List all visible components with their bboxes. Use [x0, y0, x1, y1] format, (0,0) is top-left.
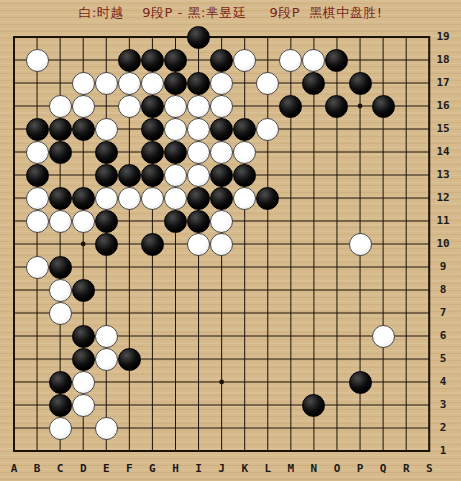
row-label-18: 18 — [432, 53, 454, 67]
stone-G10-black — [141, 233, 164, 256]
stone-H17-black — [164, 72, 187, 95]
col-label-G: G — [143, 462, 161, 476]
stone-L12-black — [256, 187, 279, 210]
stone-K12-white — [233, 187, 256, 210]
row-label-10: 10 — [432, 237, 454, 251]
stone-M18-white — [279, 49, 302, 72]
row-label-14: 14 — [432, 145, 454, 159]
col-label-O: O — [328, 462, 346, 476]
stone-H15-white — [164, 118, 187, 141]
row-label-17: 17 — [432, 76, 454, 90]
stone-E13-black — [95, 164, 118, 187]
stone-J15-black — [210, 118, 233, 141]
stone-J12-black — [210, 187, 233, 210]
stone-I10-white — [187, 233, 210, 256]
stone-E11-black — [95, 210, 118, 233]
stone-C2-white — [49, 417, 72, 440]
row-label-11: 11 — [432, 214, 454, 228]
col-label-B: B — [28, 462, 46, 476]
stone-J14-white — [210, 141, 233, 164]
stone-I15-white — [187, 118, 210, 141]
stone-D12-black — [72, 187, 95, 210]
stone-C16-white — [49, 95, 72, 118]
stone-I19-black — [187, 26, 210, 49]
col-label-S: S — [420, 462, 438, 476]
stone-C11-white — [49, 210, 72, 233]
row-label-15: 15 — [432, 122, 454, 136]
stone-N17-black — [302, 72, 325, 95]
stone-L17-white — [256, 72, 279, 95]
stone-I17-black — [187, 72, 210, 95]
stone-J17-white — [210, 72, 233, 95]
stone-B11-white — [26, 210, 49, 233]
col-label-D: D — [74, 462, 92, 476]
stone-F13-black — [118, 164, 141, 187]
col-label-J: J — [213, 462, 231, 476]
row-label-6: 6 — [432, 329, 454, 343]
col-label-R: R — [397, 462, 415, 476]
col-label-A: A — [5, 462, 23, 476]
stone-K14-white — [233, 141, 256, 164]
stone-C14-black — [49, 141, 72, 164]
stone-G14-black — [141, 141, 164, 164]
stone-J13-black — [210, 164, 233, 187]
stone-E12-white — [95, 187, 118, 210]
stone-H14-black — [164, 141, 187, 164]
stone-E14-black — [95, 141, 118, 164]
stone-B14-white — [26, 141, 49, 164]
col-label-K: K — [236, 462, 254, 476]
stone-B12-white — [26, 187, 49, 210]
row-label-4: 4 — [432, 375, 454, 389]
stone-G12-white — [141, 187, 164, 210]
stone-H18-black — [164, 49, 187, 72]
col-label-H: H — [166, 462, 184, 476]
stone-I16-white — [187, 95, 210, 118]
stone-I13-white — [187, 164, 210, 187]
col-label-Q: Q — [374, 462, 392, 476]
stone-P4-black — [349, 371, 372, 394]
stone-D16-white — [72, 95, 95, 118]
stone-D4-white — [72, 371, 95, 394]
stone-I14-white — [187, 141, 210, 164]
stone-C15-black — [49, 118, 72, 141]
hoshi-point — [219, 380, 224, 385]
stone-D6-black — [72, 325, 95, 348]
stone-C8-white — [49, 279, 72, 302]
stone-B13-black — [26, 164, 49, 187]
stone-G16-black — [141, 95, 164, 118]
stone-K15-black — [233, 118, 256, 141]
stone-O16-black — [325, 95, 348, 118]
stone-D3-white — [72, 394, 95, 417]
col-label-L: L — [259, 462, 277, 476]
stone-J16-white — [210, 95, 233, 118]
col-label-F: F — [120, 462, 138, 476]
stone-L15-white — [256, 118, 279, 141]
stone-I12-black — [187, 187, 210, 210]
stone-G15-black — [141, 118, 164, 141]
stone-C3-black — [49, 394, 72, 417]
stone-B9-white — [26, 256, 49, 279]
row-label-1: 1 — [432, 444, 454, 458]
stone-D15-black — [72, 118, 95, 141]
stone-F12-white — [118, 187, 141, 210]
col-label-N: N — [305, 462, 323, 476]
col-label-M: M — [282, 462, 300, 476]
stone-M16-black — [279, 95, 302, 118]
col-label-C: C — [51, 462, 69, 476]
stone-H11-black — [164, 210, 187, 233]
stone-E17-white — [95, 72, 118, 95]
stone-J10-white — [210, 233, 233, 256]
stone-D17-white — [72, 72, 95, 95]
stone-G18-black — [141, 49, 164, 72]
stone-E15-white — [95, 118, 118, 141]
stone-E5-white — [95, 348, 118, 371]
stone-G17-white — [141, 72, 164, 95]
stone-P10-white — [349, 233, 372, 256]
hoshi-point — [81, 242, 86, 247]
stone-D5-black — [72, 348, 95, 371]
stone-E2-white — [95, 417, 118, 440]
stone-F18-black — [118, 49, 141, 72]
stone-N18-white — [302, 49, 325, 72]
row-label-9: 9 — [432, 260, 454, 274]
row-label-8: 8 — [432, 283, 454, 297]
stone-J11-white — [210, 210, 233, 233]
go-game-viewer: 白:时越 9段P - 黑:芈昱廷 9段P 黑棋中盘胜! ABCDEFGHIJKL… — [0, 0, 461, 481]
row-label-16: 16 — [432, 99, 454, 113]
stone-B15-black — [26, 118, 49, 141]
row-label-19: 19 — [432, 30, 454, 44]
row-label-3: 3 — [432, 398, 454, 412]
stone-O18-black — [325, 49, 348, 72]
row-label-13: 13 — [432, 168, 454, 182]
stone-P17-black — [349, 72, 372, 95]
stone-Q6-white — [372, 325, 395, 348]
hoshi-point — [358, 104, 363, 109]
stone-H13-white — [164, 164, 187, 187]
stone-C12-black — [49, 187, 72, 210]
stone-C7-white — [49, 302, 72, 325]
row-label-7: 7 — [432, 306, 454, 320]
stone-H16-white — [164, 95, 187, 118]
stone-D11-white — [72, 210, 95, 233]
stone-H12-white — [164, 187, 187, 210]
row-label-12: 12 — [432, 191, 454, 205]
stone-D8-black — [72, 279, 95, 302]
stone-Q16-black — [372, 95, 395, 118]
stone-E6-white — [95, 325, 118, 348]
stone-E10-black — [95, 233, 118, 256]
col-label-E: E — [97, 462, 115, 476]
row-label-2: 2 — [432, 421, 454, 435]
stone-F17-white — [118, 72, 141, 95]
stone-J18-black — [210, 49, 233, 72]
go-board[interactable]: ABCDEFGHIJKLMNOPQRS191817161514131211109… — [0, 0, 461, 481]
stone-C4-black — [49, 371, 72, 394]
stone-C9-black — [49, 256, 72, 279]
stone-K13-black — [233, 164, 256, 187]
col-label-I: I — [190, 462, 208, 476]
stone-F16-white — [118, 95, 141, 118]
stone-F5-black — [118, 348, 141, 371]
stone-K18-white — [233, 49, 256, 72]
stone-B18-white — [26, 49, 49, 72]
stone-G13-black — [141, 164, 164, 187]
stone-N3-black — [302, 394, 325, 417]
row-label-5: 5 — [432, 352, 454, 366]
stone-I11-black — [187, 210, 210, 233]
col-label-P: P — [351, 462, 369, 476]
